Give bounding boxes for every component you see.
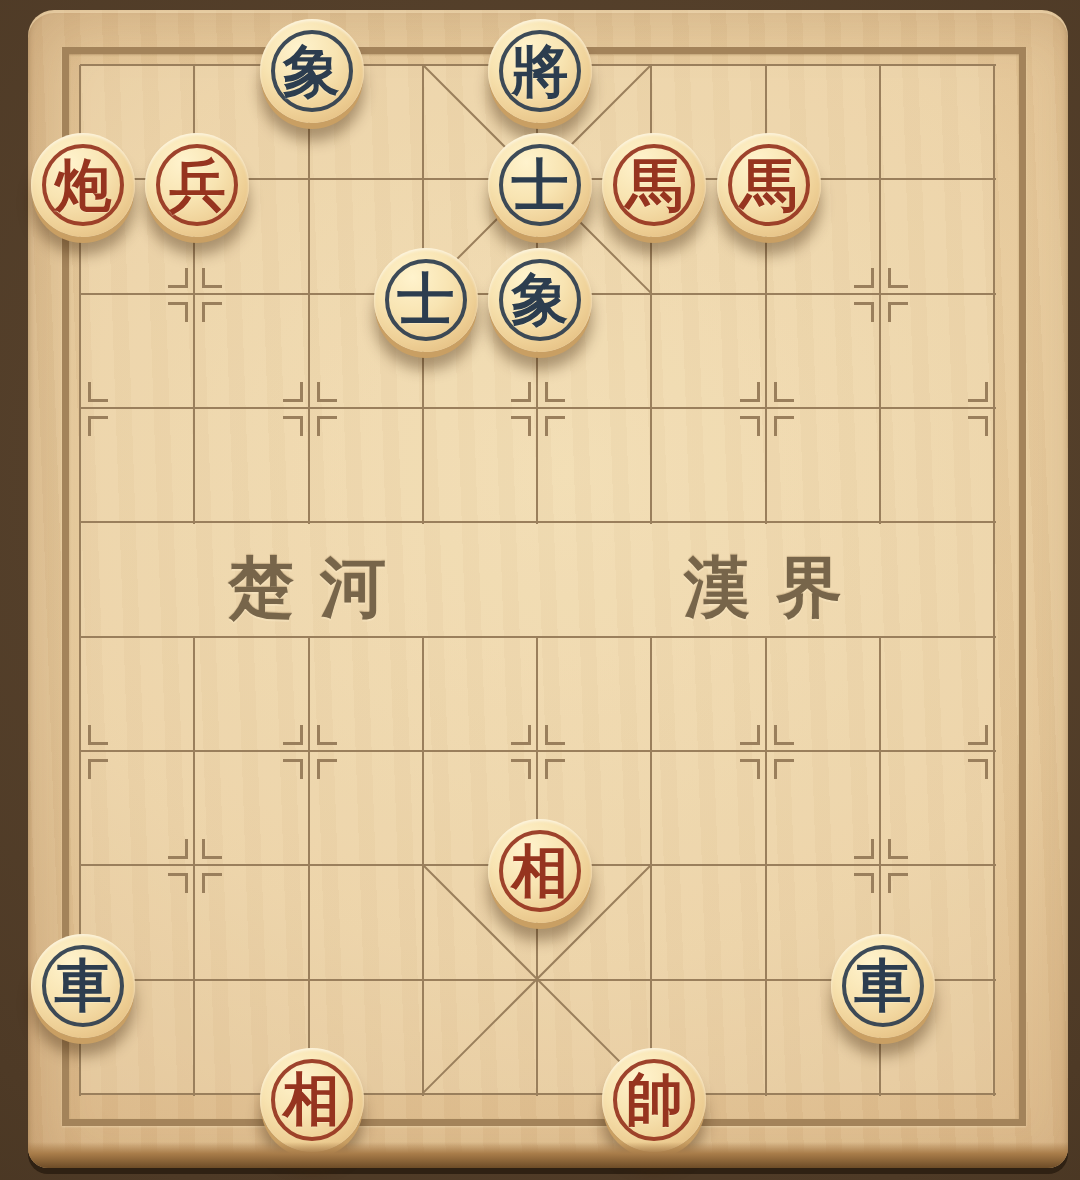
grid-line-vertical — [308, 637, 310, 1096]
position-marker — [740, 759, 760, 779]
position-marker — [854, 839, 874, 859]
position-marker — [888, 839, 908, 859]
piece-character: 士 — [488, 133, 592, 237]
position-marker — [740, 725, 760, 745]
position-marker — [740, 382, 760, 402]
piece-character: 馬 — [717, 133, 821, 237]
position-marker — [202, 268, 222, 288]
position-marker — [202, 839, 222, 859]
piece-character: 相 — [260, 1048, 364, 1152]
position-marker — [168, 873, 188, 893]
position-marker — [168, 268, 188, 288]
position-marker — [88, 725, 108, 745]
grid-line-horizontal — [80, 521, 996, 523]
piece-character: 象 — [488, 248, 592, 352]
piece-character: 士 — [374, 248, 478, 352]
position-marker — [968, 725, 988, 745]
piece-character: 車 — [31, 934, 135, 1038]
position-marker — [511, 725, 531, 745]
position-marker — [968, 382, 988, 402]
position-marker — [545, 725, 565, 745]
grid-line-horizontal — [80, 636, 996, 638]
position-marker — [317, 759, 337, 779]
black-advisor[interactable]: 士 — [488, 133, 592, 237]
black-chariot[interactable]: 車 — [831, 934, 935, 1038]
piece-character: 炮 — [31, 133, 135, 237]
position-marker — [854, 302, 874, 322]
piece-character: 象 — [260, 19, 364, 123]
grid-line-vertical — [879, 65, 881, 524]
piece-character: 將 — [488, 19, 592, 123]
position-marker — [545, 382, 565, 402]
position-marker — [202, 302, 222, 322]
grid-line-horizontal — [80, 1093, 996, 1095]
position-marker — [854, 268, 874, 288]
position-marker — [511, 382, 531, 402]
position-marker — [774, 759, 794, 779]
position-marker — [317, 382, 337, 402]
position-marker — [774, 725, 794, 745]
piece-character: 兵 — [145, 133, 249, 237]
position-marker — [88, 416, 108, 436]
black-chariot[interactable]: 車 — [31, 934, 135, 1038]
grid-line-horizontal — [80, 750, 996, 752]
position-marker — [283, 382, 303, 402]
piece-character: 帥 — [602, 1048, 706, 1152]
board-bottom-bevel — [28, 1142, 1068, 1168]
position-marker — [888, 268, 908, 288]
piece-character: 馬 — [602, 133, 706, 237]
position-marker — [545, 416, 565, 436]
position-marker — [88, 382, 108, 402]
black-elephant[interactable]: 象 — [488, 248, 592, 352]
black-general[interactable]: 將 — [488, 19, 592, 123]
position-marker — [774, 416, 794, 436]
red-elephant[interactable]: 相 — [488, 819, 592, 923]
grid-line-vertical — [308, 65, 310, 524]
position-marker — [545, 759, 565, 779]
position-marker — [854, 873, 874, 893]
position-marker — [774, 382, 794, 402]
position-marker — [283, 759, 303, 779]
position-marker — [168, 302, 188, 322]
red-elephant[interactable]: 相 — [260, 1048, 364, 1152]
grid-line-vertical — [993, 65, 995, 1096]
position-marker — [88, 759, 108, 779]
position-marker — [888, 302, 908, 322]
piece-character: 相 — [488, 819, 592, 923]
position-marker — [511, 759, 531, 779]
black-advisor[interactable]: 士 — [374, 248, 478, 352]
position-marker — [968, 759, 988, 779]
red-horse[interactable]: 馬 — [717, 133, 821, 237]
position-marker — [283, 416, 303, 436]
position-marker — [168, 839, 188, 859]
position-marker — [511, 416, 531, 436]
red-horse[interactable]: 馬 — [602, 133, 706, 237]
position-marker — [968, 416, 988, 436]
grid-line-horizontal — [80, 407, 996, 409]
grid-line-vertical — [193, 637, 195, 1096]
red-general[interactable]: 帥 — [602, 1048, 706, 1152]
position-marker — [317, 416, 337, 436]
black-elephant[interactable]: 象 — [260, 19, 364, 123]
piece-character: 車 — [831, 934, 935, 1038]
position-marker — [283, 725, 303, 745]
red-soldier[interactable]: 兵 — [145, 133, 249, 237]
position-marker — [202, 873, 222, 893]
grid-line-vertical — [765, 637, 767, 1096]
position-marker — [740, 416, 760, 436]
red-cannon[interactable]: 炮 — [31, 133, 135, 237]
position-marker — [888, 873, 908, 893]
position-marker — [317, 725, 337, 745]
xiangqi-board[interactable]: 楚河 漢界 象將炮兵士馬馬士象相車車相帥 — [28, 10, 1068, 1168]
